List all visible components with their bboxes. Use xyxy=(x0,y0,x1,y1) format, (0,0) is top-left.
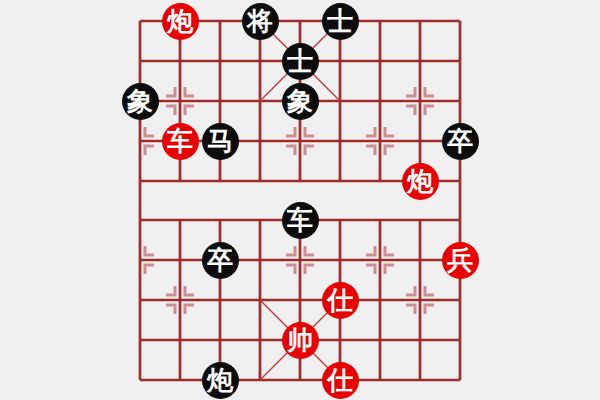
xiangqi-screen: xiangqi 炮将士士象象车马卒炮车卒兵仕帅仕炮 xyxy=(0,0,600,400)
piece-red-advisor-2[interactable]: 仕 xyxy=(322,362,359,399)
piece-red-rook[interactable]: 车 xyxy=(162,123,199,160)
piece-red-soldier[interactable]: 兵 xyxy=(442,242,479,279)
piece-red-general[interactable]: 帅 xyxy=(282,322,319,359)
piece-red-cannon-1[interactable]: 炮 xyxy=(162,3,199,40)
piece-black-soldier-1[interactable]: 卒 xyxy=(442,123,479,160)
piece-black-elephant-2[interactable]: 象 xyxy=(282,83,319,120)
piece-black-soldier-2[interactable]: 卒 xyxy=(202,242,239,279)
piece-black-elephant-1[interactable]: 象 xyxy=(122,83,159,120)
piece-black-horse[interactable]: 马 xyxy=(202,123,239,160)
piece-red-cannon-2[interactable]: 炮 xyxy=(402,163,439,200)
piece-black-general[interactable]: 将 xyxy=(242,3,279,40)
piece-black-rook[interactable]: 车 xyxy=(282,202,319,239)
piece-black-advisor-2[interactable]: 士 xyxy=(282,43,319,80)
xiangqi-board[interactable]: 炮将士士象象车马卒炮车卒兵仕帅仕炮 xyxy=(0,0,600,400)
piece-black-cannon[interactable]: 炮 xyxy=(202,362,239,399)
piece-black-advisor-1[interactable]: 士 xyxy=(322,3,359,40)
piece-red-advisor-1[interactable]: 仕 xyxy=(322,282,359,319)
